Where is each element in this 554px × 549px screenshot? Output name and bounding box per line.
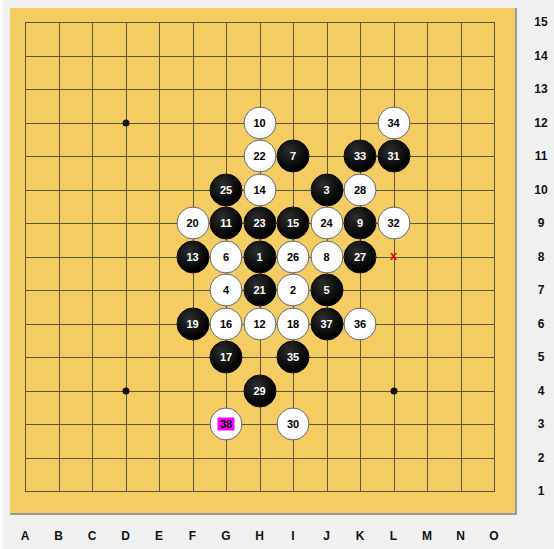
stone-25: 25 bbox=[210, 173, 243, 206]
stone-13: 13 bbox=[176, 240, 209, 273]
column-label-A: A bbox=[21, 529, 30, 543]
move-number: 7 bbox=[290, 151, 296, 162]
star-point bbox=[390, 387, 397, 394]
grid-vertical-line bbox=[427, 22, 428, 492]
stone-23: 23 bbox=[243, 207, 276, 240]
move-number: 21 bbox=[253, 285, 265, 296]
stone-1: 1 bbox=[243, 240, 276, 273]
move-number: 16 bbox=[220, 318, 232, 329]
star-point bbox=[122, 387, 129, 394]
grid-horizontal-line bbox=[25, 491, 495, 492]
column-label-K: K bbox=[356, 529, 365, 543]
move-number: 24 bbox=[320, 218, 332, 229]
row-label-9: 9 bbox=[538, 216, 545, 230]
move-number: 17 bbox=[220, 352, 232, 363]
move-number: 36 bbox=[354, 318, 366, 329]
star-point bbox=[122, 119, 129, 126]
move-number: 26 bbox=[287, 251, 299, 262]
stone-26: 26 bbox=[277, 240, 310, 273]
move-number: 9 bbox=[357, 218, 363, 229]
stone-27: 27 bbox=[344, 240, 377, 273]
stone-24: 24 bbox=[310, 207, 343, 240]
column-label-M: M bbox=[422, 529, 432, 543]
stone-37: 37 bbox=[310, 307, 343, 340]
x-marker: x bbox=[390, 249, 397, 262]
stone-10: 10 bbox=[243, 106, 276, 139]
row-label-1: 1 bbox=[538, 484, 545, 498]
gomoku-board-panel: 1234567891011121314151617181920212223242… bbox=[0, 0, 554, 549]
column-label-I: I bbox=[291, 529, 294, 543]
stone-12: 12 bbox=[243, 307, 276, 340]
stone-21: 21 bbox=[243, 274, 276, 307]
column-label-C: C bbox=[88, 529, 97, 543]
grid-horizontal-line bbox=[25, 424, 495, 425]
move-number: 5 bbox=[323, 285, 329, 296]
row-label-12: 12 bbox=[534, 116, 547, 130]
row-label-15: 15 bbox=[534, 15, 547, 29]
column-label-N: N bbox=[456, 529, 465, 543]
stone-8: 8 bbox=[310, 240, 343, 273]
move-number: 25 bbox=[220, 184, 232, 195]
stone-29: 29 bbox=[243, 374, 276, 407]
move-number: 15 bbox=[287, 218, 299, 229]
row-label-7: 7 bbox=[538, 283, 545, 297]
stone-22: 22 bbox=[243, 140, 276, 173]
board-surface[interactable]: 1234567891011121314151617181920212223242… bbox=[10, 8, 517, 515]
move-number: 19 bbox=[186, 318, 198, 329]
column-label-B: B bbox=[54, 529, 63, 543]
stone-3: 3 bbox=[310, 173, 343, 206]
stone-5: 5 bbox=[310, 274, 343, 307]
move-number: 13 bbox=[186, 251, 198, 262]
stone-11: 11 bbox=[210, 207, 243, 240]
stone-2: 2 bbox=[277, 274, 310, 307]
stone-16: 16 bbox=[210, 307, 243, 340]
move-number: 31 bbox=[387, 151, 399, 162]
stone-19: 19 bbox=[176, 307, 209, 340]
stone-18: 18 bbox=[277, 307, 310, 340]
move-number: 8 bbox=[323, 251, 329, 262]
row-label-3: 3 bbox=[538, 417, 545, 431]
move-number: 20 bbox=[186, 218, 198, 229]
move-number: 33 bbox=[354, 151, 366, 162]
row-label-2: 2 bbox=[538, 451, 545, 465]
stone-38: 38 bbox=[210, 408, 243, 441]
row-label-8: 8 bbox=[538, 250, 545, 264]
move-number: 30 bbox=[287, 419, 299, 430]
row-label-4: 4 bbox=[538, 384, 545, 398]
move-number: 32 bbox=[387, 218, 399, 229]
column-label-F: F bbox=[189, 529, 196, 543]
move-number: 6 bbox=[223, 251, 229, 262]
move-number: 10 bbox=[253, 117, 265, 128]
move-number: 23 bbox=[253, 218, 265, 229]
move-number: 2 bbox=[290, 285, 296, 296]
grid-horizontal-line bbox=[25, 458, 495, 459]
stone-33: 33 bbox=[344, 140, 377, 173]
stone-36: 36 bbox=[344, 307, 377, 340]
move-number: 12 bbox=[253, 318, 265, 329]
grid-vertical-line bbox=[461, 22, 462, 492]
column-label-J: J bbox=[323, 529, 330, 543]
move-number: 29 bbox=[253, 385, 265, 396]
move-number: 22 bbox=[253, 151, 265, 162]
stone-9: 9 bbox=[344, 207, 377, 240]
column-label-G: G bbox=[221, 529, 230, 543]
move-number: 14 bbox=[253, 184, 265, 195]
move-number: 34 bbox=[387, 117, 399, 128]
move-number: 11 bbox=[220, 218, 232, 229]
column-label-D: D bbox=[121, 529, 130, 543]
last-move-number-highlight: 38 bbox=[218, 418, 234, 431]
stone-17: 17 bbox=[210, 341, 243, 374]
grid-vertical-line bbox=[494, 22, 495, 492]
column-label-H: H bbox=[255, 529, 264, 543]
stone-4: 4 bbox=[210, 274, 243, 307]
stone-28: 28 bbox=[344, 173, 377, 206]
stone-32: 32 bbox=[377, 207, 410, 240]
stone-34: 34 bbox=[377, 106, 410, 139]
grid-horizontal-line bbox=[25, 357, 495, 358]
move-number: 28 bbox=[354, 184, 366, 195]
move-number: 1 bbox=[256, 251, 262, 262]
move-number: 3 bbox=[323, 184, 329, 195]
move-number: 27 bbox=[354, 251, 366, 262]
move-number: 35 bbox=[287, 352, 299, 363]
row-label-10: 10 bbox=[534, 183, 547, 197]
row-label-5: 5 bbox=[538, 350, 545, 364]
move-number: 4 bbox=[223, 285, 229, 296]
column-label-O: O bbox=[489, 529, 498, 543]
stone-35: 35 bbox=[277, 341, 310, 374]
stone-6: 6 bbox=[210, 240, 243, 273]
move-number: 37 bbox=[320, 318, 332, 329]
column-label-L: L bbox=[390, 529, 397, 543]
stone-14: 14 bbox=[243, 173, 276, 206]
move-number: 18 bbox=[287, 318, 299, 329]
stone-30: 30 bbox=[277, 408, 310, 441]
stone-31: 31 bbox=[377, 140, 410, 173]
row-label-6: 6 bbox=[538, 317, 545, 331]
row-label-11: 11 bbox=[535, 149, 548, 163]
row-label-13: 13 bbox=[534, 82, 547, 96]
stone-20: 20 bbox=[176, 207, 209, 240]
row-label-14: 14 bbox=[534, 49, 547, 63]
stone-7: 7 bbox=[277, 140, 310, 173]
stone-15: 15 bbox=[277, 207, 310, 240]
column-label-E: E bbox=[155, 529, 163, 543]
